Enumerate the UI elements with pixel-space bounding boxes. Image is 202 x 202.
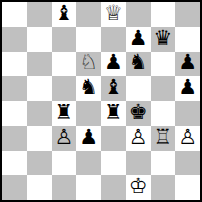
square-c3[interactable]: ♙ xyxy=(52,126,77,151)
piece-black-pawn: ♟ xyxy=(178,77,197,98)
piece-black-pawn: ♟ xyxy=(79,127,98,148)
piece-white-pawn: ♙ xyxy=(129,127,148,148)
square-e7[interactable] xyxy=(101,27,126,52)
piece-white-king: ♔ xyxy=(129,176,148,197)
piece-black-rook: ♜ xyxy=(54,102,73,123)
piece-white-pawn: ♙ xyxy=(54,127,73,148)
square-b1[interactable] xyxy=(27,175,52,200)
piece-black-bishop: ♝ xyxy=(104,77,123,98)
square-e8[interactable]: ♕ xyxy=(101,2,126,27)
square-g6[interactable] xyxy=(151,52,176,77)
square-h2[interactable] xyxy=(175,151,200,176)
piece-black-pawn: ♟ xyxy=(178,52,197,73)
square-b3[interactable] xyxy=(27,126,52,151)
square-g3[interactable]: ♖ xyxy=(151,126,176,151)
piece-white-pawn: ♙ xyxy=(178,127,197,148)
square-c2[interactable] xyxy=(52,151,77,176)
chess-board-frame: ♝♕♟♛♘♟♞♟♞♝♟♜♜♚♙♟♙♖♙♔ xyxy=(0,0,202,202)
square-g1[interactable] xyxy=(151,175,176,200)
piece-black-king: ♚ xyxy=(129,102,148,123)
chess-board: ♝♕♟♛♘♟♞♟♞♝♟♜♜♚♙♟♙♖♙♔ xyxy=(2,2,200,200)
square-c7[interactable] xyxy=(52,27,77,52)
square-h7[interactable] xyxy=(175,27,200,52)
square-c6[interactable] xyxy=(52,52,77,77)
square-h3[interactable]: ♙ xyxy=(175,126,200,151)
square-h4[interactable] xyxy=(175,101,200,126)
piece-black-queen: ♛ xyxy=(153,28,172,49)
square-c4[interactable]: ♜ xyxy=(52,101,77,126)
square-b4[interactable] xyxy=(27,101,52,126)
square-b2[interactable] xyxy=(27,151,52,176)
square-c8[interactable]: ♝ xyxy=(52,2,77,27)
square-a6[interactable] xyxy=(2,52,27,77)
square-g4[interactable] xyxy=(151,101,176,126)
piece-black-pawn: ♟ xyxy=(129,28,148,49)
square-d7[interactable] xyxy=(76,27,101,52)
square-e6[interactable]: ♟ xyxy=(101,52,126,77)
square-f3[interactable]: ♙ xyxy=(126,126,151,151)
square-b8[interactable] xyxy=(27,2,52,27)
square-c5[interactable] xyxy=(52,76,77,101)
square-h6[interactable]: ♟ xyxy=(175,52,200,77)
square-d4[interactable] xyxy=(76,101,101,126)
square-f7[interactable]: ♟ xyxy=(126,27,151,52)
square-a5[interactable] xyxy=(2,76,27,101)
piece-black-knight: ♞ xyxy=(129,52,148,73)
square-f8[interactable] xyxy=(126,2,151,27)
piece-black-knight: ♞ xyxy=(79,77,98,98)
piece-black-rook: ♜ xyxy=(104,102,123,123)
square-b5[interactable] xyxy=(27,76,52,101)
square-d1[interactable] xyxy=(76,175,101,200)
square-e5[interactable]: ♝ xyxy=(101,76,126,101)
piece-black-pawn: ♟ xyxy=(104,52,123,73)
square-a4[interactable] xyxy=(2,101,27,126)
square-d2[interactable] xyxy=(76,151,101,176)
square-f2[interactable] xyxy=(126,151,151,176)
square-a8[interactable] xyxy=(2,2,27,27)
square-d5[interactable]: ♞ xyxy=(76,76,101,101)
square-a2[interactable] xyxy=(2,151,27,176)
square-b6[interactable] xyxy=(27,52,52,77)
square-a1[interactable] xyxy=(2,175,27,200)
square-h5[interactable]: ♟ xyxy=(175,76,200,101)
piece-white-knight: ♘ xyxy=(79,52,98,73)
square-a7[interactable] xyxy=(2,27,27,52)
square-f5[interactable] xyxy=(126,76,151,101)
square-h8[interactable] xyxy=(175,2,200,27)
square-h1[interactable] xyxy=(175,175,200,200)
square-f4[interactable]: ♚ xyxy=(126,101,151,126)
square-b7[interactable] xyxy=(27,27,52,52)
piece-white-rook: ♖ xyxy=(153,127,172,148)
square-d6[interactable]: ♘ xyxy=(76,52,101,77)
square-d8[interactable] xyxy=(76,2,101,27)
piece-white-queen: ♕ xyxy=(104,3,123,24)
square-g8[interactable] xyxy=(151,2,176,27)
square-f1[interactable]: ♔ xyxy=(126,175,151,200)
piece-black-bishop: ♝ xyxy=(54,3,73,24)
square-c1[interactable] xyxy=(52,175,77,200)
square-g5[interactable] xyxy=(151,76,176,101)
square-g7[interactable]: ♛ xyxy=(151,27,176,52)
square-e4[interactable]: ♜ xyxy=(101,101,126,126)
square-f6[interactable]: ♞ xyxy=(126,52,151,77)
square-g2[interactable] xyxy=(151,151,176,176)
square-e1[interactable] xyxy=(101,175,126,200)
square-e3[interactable] xyxy=(101,126,126,151)
square-a3[interactable] xyxy=(2,126,27,151)
square-e2[interactable] xyxy=(101,151,126,176)
square-d3[interactable]: ♟ xyxy=(76,126,101,151)
